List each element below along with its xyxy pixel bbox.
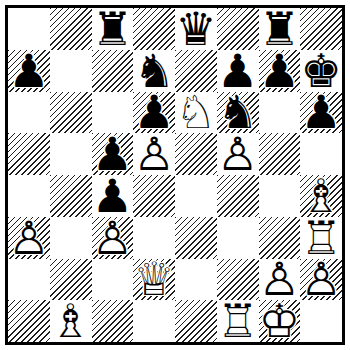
- square-f8[interactable]: [217, 8, 259, 50]
- square-b8[interactable]: [50, 8, 92, 50]
- piece-white-knight: ♘: [175, 92, 217, 134]
- square-d3[interactable]: [133, 217, 175, 259]
- black-rook-halo: ♜: [92, 8, 134, 50]
- piece-black-king: ♚: [300, 50, 342, 92]
- white-rook-halo: ♜: [300, 217, 342, 259]
- square-b7[interactable]: [50, 50, 92, 92]
- black-queen-halo: ♛: [175, 8, 217, 50]
- square-b5[interactable]: [50, 133, 92, 175]
- square-h2[interactable]: ♟♙: [300, 259, 342, 301]
- square-b1[interactable]: ♝♗: [50, 300, 92, 342]
- white-bishop-halo: ♝: [300, 175, 342, 217]
- white-pawn-halo: ♟: [259, 259, 301, 301]
- black-pawn-halo: ♟: [259, 50, 301, 92]
- piece-black-queen: ♛: [175, 8, 217, 50]
- piece-white-king: ♔: [259, 300, 301, 342]
- square-e2[interactable]: [175, 259, 217, 301]
- square-e6[interactable]: ♞♘: [175, 92, 217, 134]
- black-pawn-halo: ♟: [92, 133, 134, 175]
- white-pawn-halo: ♟: [8, 217, 50, 259]
- square-d1[interactable]: [133, 300, 175, 342]
- square-b3[interactable]: [50, 217, 92, 259]
- black-king-halo: ♚: [300, 50, 342, 92]
- black-knight-halo: ♞: [217, 92, 259, 134]
- piece-black-pawn: ♟: [92, 133, 134, 175]
- black-rook-halo: ♜: [259, 8, 301, 50]
- piece-black-pawn: ♟: [133, 92, 175, 134]
- square-e1[interactable]: [175, 300, 217, 342]
- square-d8[interactable]: [133, 8, 175, 50]
- square-e7[interactable]: [175, 50, 217, 92]
- square-c5[interactable]: ♟♟: [92, 133, 134, 175]
- black-knight-halo: ♞: [133, 50, 175, 92]
- square-d5[interactable]: ♟♙: [133, 133, 175, 175]
- square-a1[interactable]: [8, 300, 50, 342]
- black-pawn-halo: ♟: [217, 50, 259, 92]
- square-h6[interactable]: ♟♟: [300, 92, 342, 134]
- square-a4[interactable]: [8, 175, 50, 217]
- piece-black-pawn: ♟: [300, 92, 342, 134]
- square-b4[interactable]: [50, 175, 92, 217]
- square-g1[interactable]: ♚♔: [259, 300, 301, 342]
- square-g3[interactable]: [259, 217, 301, 259]
- square-g2[interactable]: ♟♙: [259, 259, 301, 301]
- piece-black-pawn: ♟: [217, 50, 259, 92]
- square-c2[interactable]: [92, 259, 134, 301]
- square-h7[interactable]: ♚♚: [300, 50, 342, 92]
- piece-white-pawn: ♙: [92, 217, 134, 259]
- white-king-halo: ♚: [259, 300, 301, 342]
- white-queen-halo: ♛: [133, 259, 175, 301]
- chessboard: ♜♜♛♛♜♜♟♟♞♞♟♟♟♟♚♚♟♟♞♘♞♞♟♟♟♟♟♙♟♙♟♟♝♗♟♙♟♙♜♖…: [8, 8, 342, 342]
- square-h1[interactable]: [300, 300, 342, 342]
- square-a8[interactable]: [8, 8, 50, 50]
- piece-black-rook: ♜: [259, 8, 301, 50]
- square-a7[interactable]: ♟♟: [8, 50, 50, 92]
- square-g7[interactable]: ♟♟: [259, 50, 301, 92]
- square-h8[interactable]: [300, 8, 342, 50]
- square-b6[interactable]: [50, 92, 92, 134]
- piece-white-rook: ♖: [300, 217, 342, 259]
- square-f7[interactable]: ♟♟: [217, 50, 259, 92]
- square-f4[interactable]: [217, 175, 259, 217]
- black-pawn-halo: ♟: [92, 175, 134, 217]
- piece-black-pawn: ♟: [259, 50, 301, 92]
- white-knight-halo: ♞: [175, 92, 217, 134]
- white-pawn-halo: ♟: [133, 133, 175, 175]
- piece-black-rook: ♜: [92, 8, 134, 50]
- white-pawn-halo: ♟: [300, 259, 342, 301]
- board-frame: ♜♜♛♛♜♜♟♟♞♞♟♟♟♟♚♚♟♟♞♘♞♞♟♟♟♟♟♙♟♙♟♟♝♗♟♙♟♙♜♖…: [5, 5, 345, 345]
- square-h5[interactable]: [300, 133, 342, 175]
- square-a2[interactable]: [8, 259, 50, 301]
- square-c4[interactable]: ♟♟: [92, 175, 134, 217]
- square-e4[interactable]: [175, 175, 217, 217]
- square-c1[interactable]: [92, 300, 134, 342]
- white-pawn-halo: ♟: [217, 133, 259, 175]
- square-c8[interactable]: ♜♜: [92, 8, 134, 50]
- square-d6[interactable]: ♟♟: [133, 92, 175, 134]
- black-pawn-halo: ♟: [133, 92, 175, 134]
- white-rook-halo: ♜: [217, 300, 259, 342]
- piece-white-pawn: ♙: [217, 133, 259, 175]
- square-e8[interactable]: ♛♛: [175, 8, 217, 50]
- chess-diagram: ♜♜♛♛♜♜♟♟♞♞♟♟♟♟♚♚♟♟♞♘♞♞♟♟♟♟♟♙♟♙♟♟♝♗♟♙♟♙♜♖…: [0, 0, 350, 350]
- square-g8[interactable]: ♜♜: [259, 8, 301, 50]
- square-e5[interactable]: [175, 133, 217, 175]
- piece-white-rook: ♖: [217, 300, 259, 342]
- square-d7[interactable]: ♞♞: [133, 50, 175, 92]
- square-f3[interactable]: [217, 217, 259, 259]
- square-d2[interactable]: ♛♕: [133, 259, 175, 301]
- square-f1[interactable]: ♜♖: [217, 300, 259, 342]
- square-d4[interactable]: [133, 175, 175, 217]
- white-bishop-halo: ♝: [50, 300, 92, 342]
- square-g6[interactable]: [259, 92, 301, 134]
- piece-white-queen: ♕: [133, 259, 175, 301]
- piece-white-pawn: ♙: [300, 259, 342, 301]
- square-g4[interactable]: [259, 175, 301, 217]
- piece-white-bishop: ♗: [300, 175, 342, 217]
- piece-black-knight: ♞: [217, 92, 259, 134]
- black-pawn-halo: ♟: [8, 50, 50, 92]
- square-g5[interactable]: [259, 133, 301, 175]
- square-b2[interactable]: [50, 259, 92, 301]
- black-pawn-halo: ♟: [300, 92, 342, 134]
- square-a3[interactable]: ♟♙: [8, 217, 50, 259]
- square-a6[interactable]: [8, 92, 50, 134]
- piece-white-bishop: ♗: [50, 300, 92, 342]
- piece-black-pawn: ♟: [92, 175, 134, 217]
- piece-black-pawn: ♟: [8, 50, 50, 92]
- piece-white-pawn: ♙: [133, 133, 175, 175]
- square-c6[interactable]: [92, 92, 134, 134]
- piece-white-pawn: ♙: [259, 259, 301, 301]
- square-h3[interactable]: ♜♖: [300, 217, 342, 259]
- piece-black-knight: ♞: [133, 50, 175, 92]
- piece-white-pawn: ♙: [8, 217, 50, 259]
- square-c7[interactable]: [92, 50, 134, 92]
- square-h4[interactable]: ♝♗: [300, 175, 342, 217]
- square-c3[interactable]: ♟♙: [92, 217, 134, 259]
- white-pawn-halo: ♟: [92, 217, 134, 259]
- square-f6[interactable]: ♞♞: [217, 92, 259, 134]
- square-f5[interactable]: ♟♙: [217, 133, 259, 175]
- square-e3[interactable]: [175, 217, 217, 259]
- square-a5[interactable]: [8, 133, 50, 175]
- square-f2[interactable]: [217, 259, 259, 301]
